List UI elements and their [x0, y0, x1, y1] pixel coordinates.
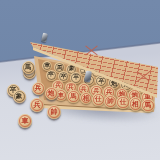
piece-character: 相: [132, 101, 139, 108]
xiangqi-piece: 仕: [92, 93, 105, 106]
xiangqi-piece: 兵: [30, 98, 44, 112]
piece-character: 兵: [35, 85, 42, 92]
xiangqi-piece: 馬: [141, 99, 155, 113]
piece-character: 相: [83, 95, 89, 101]
xiangqi-piece: 象: [13, 90, 26, 103]
piece-character: 卒: [61, 74, 67, 80]
piece-character: 象: [69, 66, 75, 72]
product-photo-xiangqi-set: 車馬象士將士象馬卒卒卒卒卒炮炮車兵兵兵兵兵炮炮車車馬相仕帥仕相馬 馬卒象兵炮兵帥…: [0, 0, 160, 160]
piece-character: 象: [16, 93, 23, 100]
piece-character: 仕: [120, 99, 127, 106]
piece-character: 車: [44, 63, 49, 68]
piece-character: 馬: [25, 64, 32, 71]
piece-character: 仕: [95, 96, 101, 102]
xiangqi-piece: 車: [18, 114, 32, 128]
palace-cross-mark: [84, 44, 98, 58]
piece-character: 卒: [48, 72, 54, 78]
xiangqi-piece: 馬: [22, 61, 35, 74]
piece-character: 卒: [73, 75, 79, 81]
piece-character: 馬: [57, 65, 62, 70]
palace-cross-mark: [136, 70, 150, 84]
xiangqi-piece: 卒: [46, 70, 57, 81]
xiangqi-piece: 帥: [47, 105, 61, 119]
piece-character: 車: [58, 92, 64, 98]
piece-character: 卒: [98, 78, 104, 84]
xiangqi-piece: 兵: [32, 82, 45, 95]
piece-character: 兵: [34, 102, 41, 109]
piece-character: 炮: [48, 90, 55, 97]
piece-character: 車: [22, 118, 29, 125]
piece-character: 帥: [51, 109, 58, 116]
piece-character: 帥: [107, 98, 114, 105]
piece-character: 馬: [144, 102, 151, 109]
xiangqi-piece: 仕: [116, 96, 129, 109]
piece-character: 馬: [70, 93, 76, 99]
xiangqi-piece: 炮: [45, 87, 58, 100]
xiangqi-piece: 帥: [104, 95, 117, 108]
xiangqi-piece: 馬: [67, 90, 79, 102]
